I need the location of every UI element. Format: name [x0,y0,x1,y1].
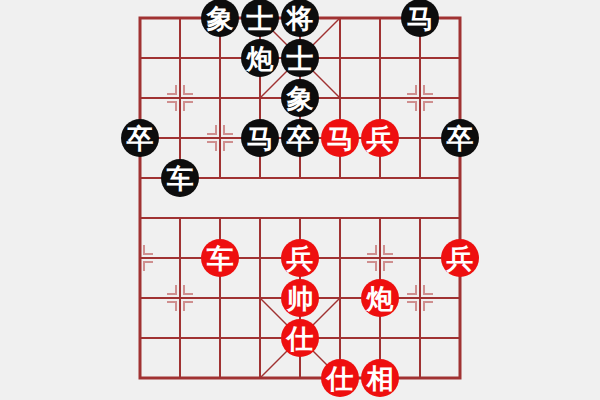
piece-black-advisor[interactable]: 士 [241,0,279,37]
piece-black-soldier[interactable]: 卒 [441,119,479,157]
piece-red-elephant[interactable]: 相 [361,359,399,397]
piece-red-advisor[interactable]: 仕 [281,319,319,357]
piece-black-elephant[interactable]: 象 [201,0,239,37]
piece-black-soldier[interactable]: 卒 [121,119,159,157]
piece-red-horse[interactable]: 马 [321,119,359,157]
piece-black-advisor[interactable]: 士 [281,39,319,77]
piece-black-general[interactable]: 将 [281,0,319,37]
piece-red-soldier[interactable]: 兵 [281,239,319,277]
piece-red-general[interactable]: 帅 [281,279,319,317]
piece-black-soldier[interactable]: 卒 [281,119,319,157]
piece-black-cannon[interactable]: 炮 [241,39,279,77]
piece-black-horse[interactable]: 马 [241,119,279,157]
piece-red-cannon[interactable]: 炮 [361,279,399,317]
board-area: 象士将马炮士象卒马卒马兵卒车车兵兵帅炮仕仕相 [0,0,600,400]
piece-red-advisor[interactable]: 仕 [321,359,359,397]
piece-black-horse[interactable]: 马 [401,0,439,37]
piece-black-chariot[interactable]: 车 [161,159,199,197]
piece-red-soldier[interactable]: 兵 [441,239,479,277]
piece-red-soldier[interactable]: 兵 [361,119,399,157]
piece-red-chariot[interactable]: 车 [201,239,239,277]
xiangqi-board[interactable]: 象士将马炮士象卒马卒马兵卒车车兵兵帅炮仕仕相 [120,0,480,398]
piece-black-elephant[interactable]: 象 [281,79,319,117]
